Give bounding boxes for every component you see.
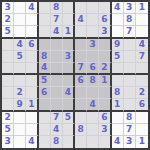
- cell-r10c11[interactable]: 8: [124, 112, 136, 124]
- cell-r10c7[interactable]: [75, 112, 87, 124]
- cell-r6c3[interactable]: [26, 63, 38, 75]
- cell-r6c9[interactable]: 2: [99, 63, 111, 75]
- cell-r9c12[interactable]: 6: [136, 99, 148, 111]
- cell-r11c5[interactable]: 4: [51, 124, 63, 136]
- cell-r1c4[interactable]: [39, 2, 51, 14]
- cell-r2c10[interactable]: [112, 14, 124, 26]
- cell-r7c10[interactable]: [112, 75, 124, 87]
- cell-r8c12[interactable]: 2: [136, 87, 148, 99]
- cell-r7c1[interactable]: [2, 75, 14, 87]
- cell-r1c8[interactable]: [87, 2, 99, 14]
- cell-r1c10[interactable]: 4: [112, 2, 124, 14]
- cell-r11c12[interactable]: [136, 124, 148, 136]
- cell-r2c2[interactable]: [14, 14, 26, 26]
- cell-r1c2[interactable]: [14, 2, 26, 14]
- cell-r8c2[interactable]: 2: [14, 87, 26, 99]
- cell-r10c9[interactable]: 6: [99, 112, 111, 124]
- cell-r4c4[interactable]: [39, 39, 51, 51]
- cell-r9c9[interactable]: [99, 99, 111, 111]
- cell-r2c8[interactable]: [87, 14, 99, 26]
- cell-r12c2[interactable]: [14, 136, 26, 148]
- cell-r8c8[interactable]: [87, 87, 99, 99]
- cell-r2c7[interactable]: 4: [75, 14, 87, 26]
- cell-r7c2[interactable]: [14, 75, 26, 87]
- cell-r12c4[interactable]: [39, 136, 51, 148]
- cell-r12c5[interactable]: 8: [51, 136, 63, 148]
- cell-r6c7[interactable]: 7: [75, 63, 87, 75]
- cell-r2c5[interactable]: 7: [51, 14, 63, 26]
- cell-r12c9[interactable]: [99, 136, 111, 148]
- cell-r11c8[interactable]: [87, 124, 99, 136]
- cell-r5c9[interactable]: [99, 51, 111, 63]
- cell-r4c7[interactable]: [75, 39, 87, 51]
- cell-r1c6[interactable]: [63, 2, 75, 14]
- cell-r4c12[interactable]: 4: [136, 39, 148, 51]
- cell-r4c10[interactable]: 9: [112, 39, 124, 51]
- cell-r3c10[interactable]: [112, 26, 124, 38]
- cell-r3c11[interactable]: 7: [124, 26, 136, 38]
- cell-r10c10[interactable]: [112, 112, 124, 124]
- cell-r11c10[interactable]: [112, 124, 124, 136]
- cell-r3c5[interactable]: 4: [51, 26, 63, 38]
- cell-r1c3[interactable]: 4: [26, 2, 38, 14]
- cell-r8c3[interactable]: [26, 87, 38, 99]
- cell-r8c11[interactable]: [124, 87, 136, 99]
- cell-r12c12[interactable]: 1: [136, 136, 148, 148]
- cell-r6c12[interactable]: [136, 63, 148, 75]
- cell-r9c7[interactable]: [75, 99, 87, 111]
- cell-r3c6[interactable]: 1: [63, 26, 75, 38]
- cell-r4c3[interactable]: 6: [26, 39, 38, 51]
- cell-r1c9[interactable]: [99, 2, 111, 14]
- cell-r11c3[interactable]: [26, 124, 38, 136]
- cell-r11c4[interactable]: [39, 124, 51, 136]
- cell-r9c2[interactable]: 9: [14, 99, 26, 111]
- cell-r11c2[interactable]: [14, 124, 26, 136]
- cell-r9c8[interactable]: 4: [87, 99, 99, 111]
- cell-r9c3[interactable]: 1: [26, 99, 38, 111]
- cell-r11c7[interactable]: 8: [75, 124, 87, 136]
- cell-r7c8[interactable]: 8: [87, 75, 99, 87]
- cell-r5c5[interactable]: [51, 51, 63, 63]
- cell-r3c2[interactable]: [14, 26, 26, 38]
- cell-r1c1[interactable]: 3: [2, 2, 14, 14]
- cell-r3c12[interactable]: [136, 26, 148, 38]
- cell-r5c3[interactable]: [26, 51, 38, 63]
- cell-r6c11[interactable]: [124, 63, 136, 75]
- cell-r6c10[interactable]: [112, 63, 124, 75]
- cell-r1c7[interactable]: [75, 2, 87, 14]
- cell-r12c8[interactable]: [87, 136, 99, 148]
- cell-r8c1[interactable]: [2, 87, 14, 99]
- cell-r8c9[interactable]: [99, 87, 111, 99]
- cell-r7c12[interactable]: [136, 75, 148, 87]
- cell-r8c6[interactable]: 4: [63, 87, 75, 99]
- cell-r2c9[interactable]: 6: [99, 14, 111, 26]
- cell-r4c11[interactable]: [124, 39, 136, 51]
- cell-r3c4[interactable]: [39, 26, 51, 38]
- cell-r9c4[interactable]: [39, 99, 51, 111]
- cell-r10c2[interactable]: [14, 112, 26, 124]
- cell-r12c6[interactable]: [63, 136, 75, 148]
- cell-r8c7[interactable]: [75, 87, 87, 99]
- cell-r10c5[interactable]: 7: [51, 112, 63, 124]
- cell-r4c8[interactable]: 3: [87, 39, 99, 51]
- cell-r6c8[interactable]: 6: [87, 63, 99, 75]
- cell-r2c4[interactable]: [39, 14, 51, 26]
- cell-r12c7[interactable]: [75, 136, 87, 148]
- cell-r6c2[interactable]: [14, 63, 26, 75]
- cell-r5c4[interactable]: 8: [39, 51, 51, 63]
- cell-r3c8[interactable]: [87, 26, 99, 38]
- cell-r8c5[interactable]: [51, 87, 63, 99]
- cell-r6c6[interactable]: [63, 63, 75, 75]
- cell-r11c9[interactable]: 3: [99, 124, 111, 136]
- cell-r10c6[interactable]: 5: [63, 112, 75, 124]
- cell-r5c12[interactable]: 7: [136, 51, 148, 63]
- cell-r7c9[interactable]: 1: [99, 75, 111, 87]
- cell-r1c11[interactable]: 3: [124, 2, 136, 14]
- cell-r12c3[interactable]: 4: [26, 136, 38, 148]
- cell-r12c10[interactable]: 4: [112, 136, 124, 148]
- cell-r7c6[interactable]: [63, 75, 75, 87]
- cell-r7c3[interactable]: [26, 75, 38, 87]
- cell-r10c8[interactable]: [87, 112, 99, 124]
- cell-r10c1[interactable]: 2: [2, 112, 14, 124]
- cell-r11c1[interactable]: 5: [2, 124, 14, 136]
- cell-r12c1[interactable]: 3: [2, 136, 14, 148]
- cell-r11c11[interactable]: 7: [124, 124, 136, 136]
- cell-r9c5[interactable]: [51, 99, 63, 111]
- cell-r6c5[interactable]: [51, 63, 63, 75]
- cell-r7c4[interactable]: 5: [39, 75, 51, 87]
- cell-r10c4[interactable]: [39, 112, 51, 124]
- cell-r6c4[interactable]: 4: [39, 63, 51, 75]
- cell-r5c1[interactable]: [2, 51, 14, 63]
- cell-r2c12[interactable]: [136, 14, 148, 26]
- cell-r4c6[interactable]: [63, 39, 75, 51]
- cell-r4c2[interactable]: 4: [14, 39, 26, 51]
- cell-r4c9[interactable]: [99, 39, 111, 51]
- cell-r12c11[interactable]: 3: [124, 136, 136, 148]
- cell-r5c8[interactable]: [87, 51, 99, 63]
- cell-r5c7[interactable]: [75, 51, 87, 63]
- cell-r7c7[interactable]: 6: [75, 75, 87, 87]
- cell-r2c6[interactable]: [63, 14, 75, 26]
- cell-r5c10[interactable]: 5: [112, 51, 124, 63]
- cell-r10c3[interactable]: [26, 112, 38, 124]
- cell-r8c10[interactable]: 8: [112, 87, 124, 99]
- cell-r6c1[interactable]: [2, 63, 14, 75]
- cell-r4c5[interactable]: [51, 39, 63, 51]
- sudoku-board: 3484312746854137463945835747625681264829…: [0, 0, 150, 150]
- cell-r9c10[interactable]: 1: [112, 99, 124, 111]
- cell-r7c5[interactable]: [51, 75, 63, 87]
- cell-r9c11[interactable]: [124, 99, 136, 111]
- cell-r9c6[interactable]: [63, 99, 75, 111]
- cell-r1c5[interactable]: 8: [51, 2, 63, 14]
- cell-r10c12[interactable]: [136, 112, 148, 124]
- cell-r5c6[interactable]: 3: [63, 51, 75, 63]
- cell-r8c4[interactable]: 6: [39, 87, 51, 99]
- cell-r1c12[interactable]: 1: [136, 2, 148, 14]
- cell-r3c7[interactable]: [75, 26, 87, 38]
- cell-r7c11[interactable]: [124, 75, 136, 87]
- cell-r2c1[interactable]: 2: [2, 14, 14, 26]
- cell-r4c1[interactable]: [2, 39, 14, 51]
- cell-r9c1[interactable]: [2, 99, 14, 111]
- cell-r2c11[interactable]: 8: [124, 14, 136, 26]
- cell-r5c2[interactable]: 5: [14, 51, 26, 63]
- cell-r3c3[interactable]: [26, 26, 38, 38]
- cell-r5c11[interactable]: [124, 51, 136, 63]
- cell-r3c9[interactable]: 3: [99, 26, 111, 38]
- cell-r11c6[interactable]: [63, 124, 75, 136]
- cell-r2c3[interactable]: [26, 14, 38, 26]
- cell-r3c1[interactable]: 5: [2, 26, 14, 38]
